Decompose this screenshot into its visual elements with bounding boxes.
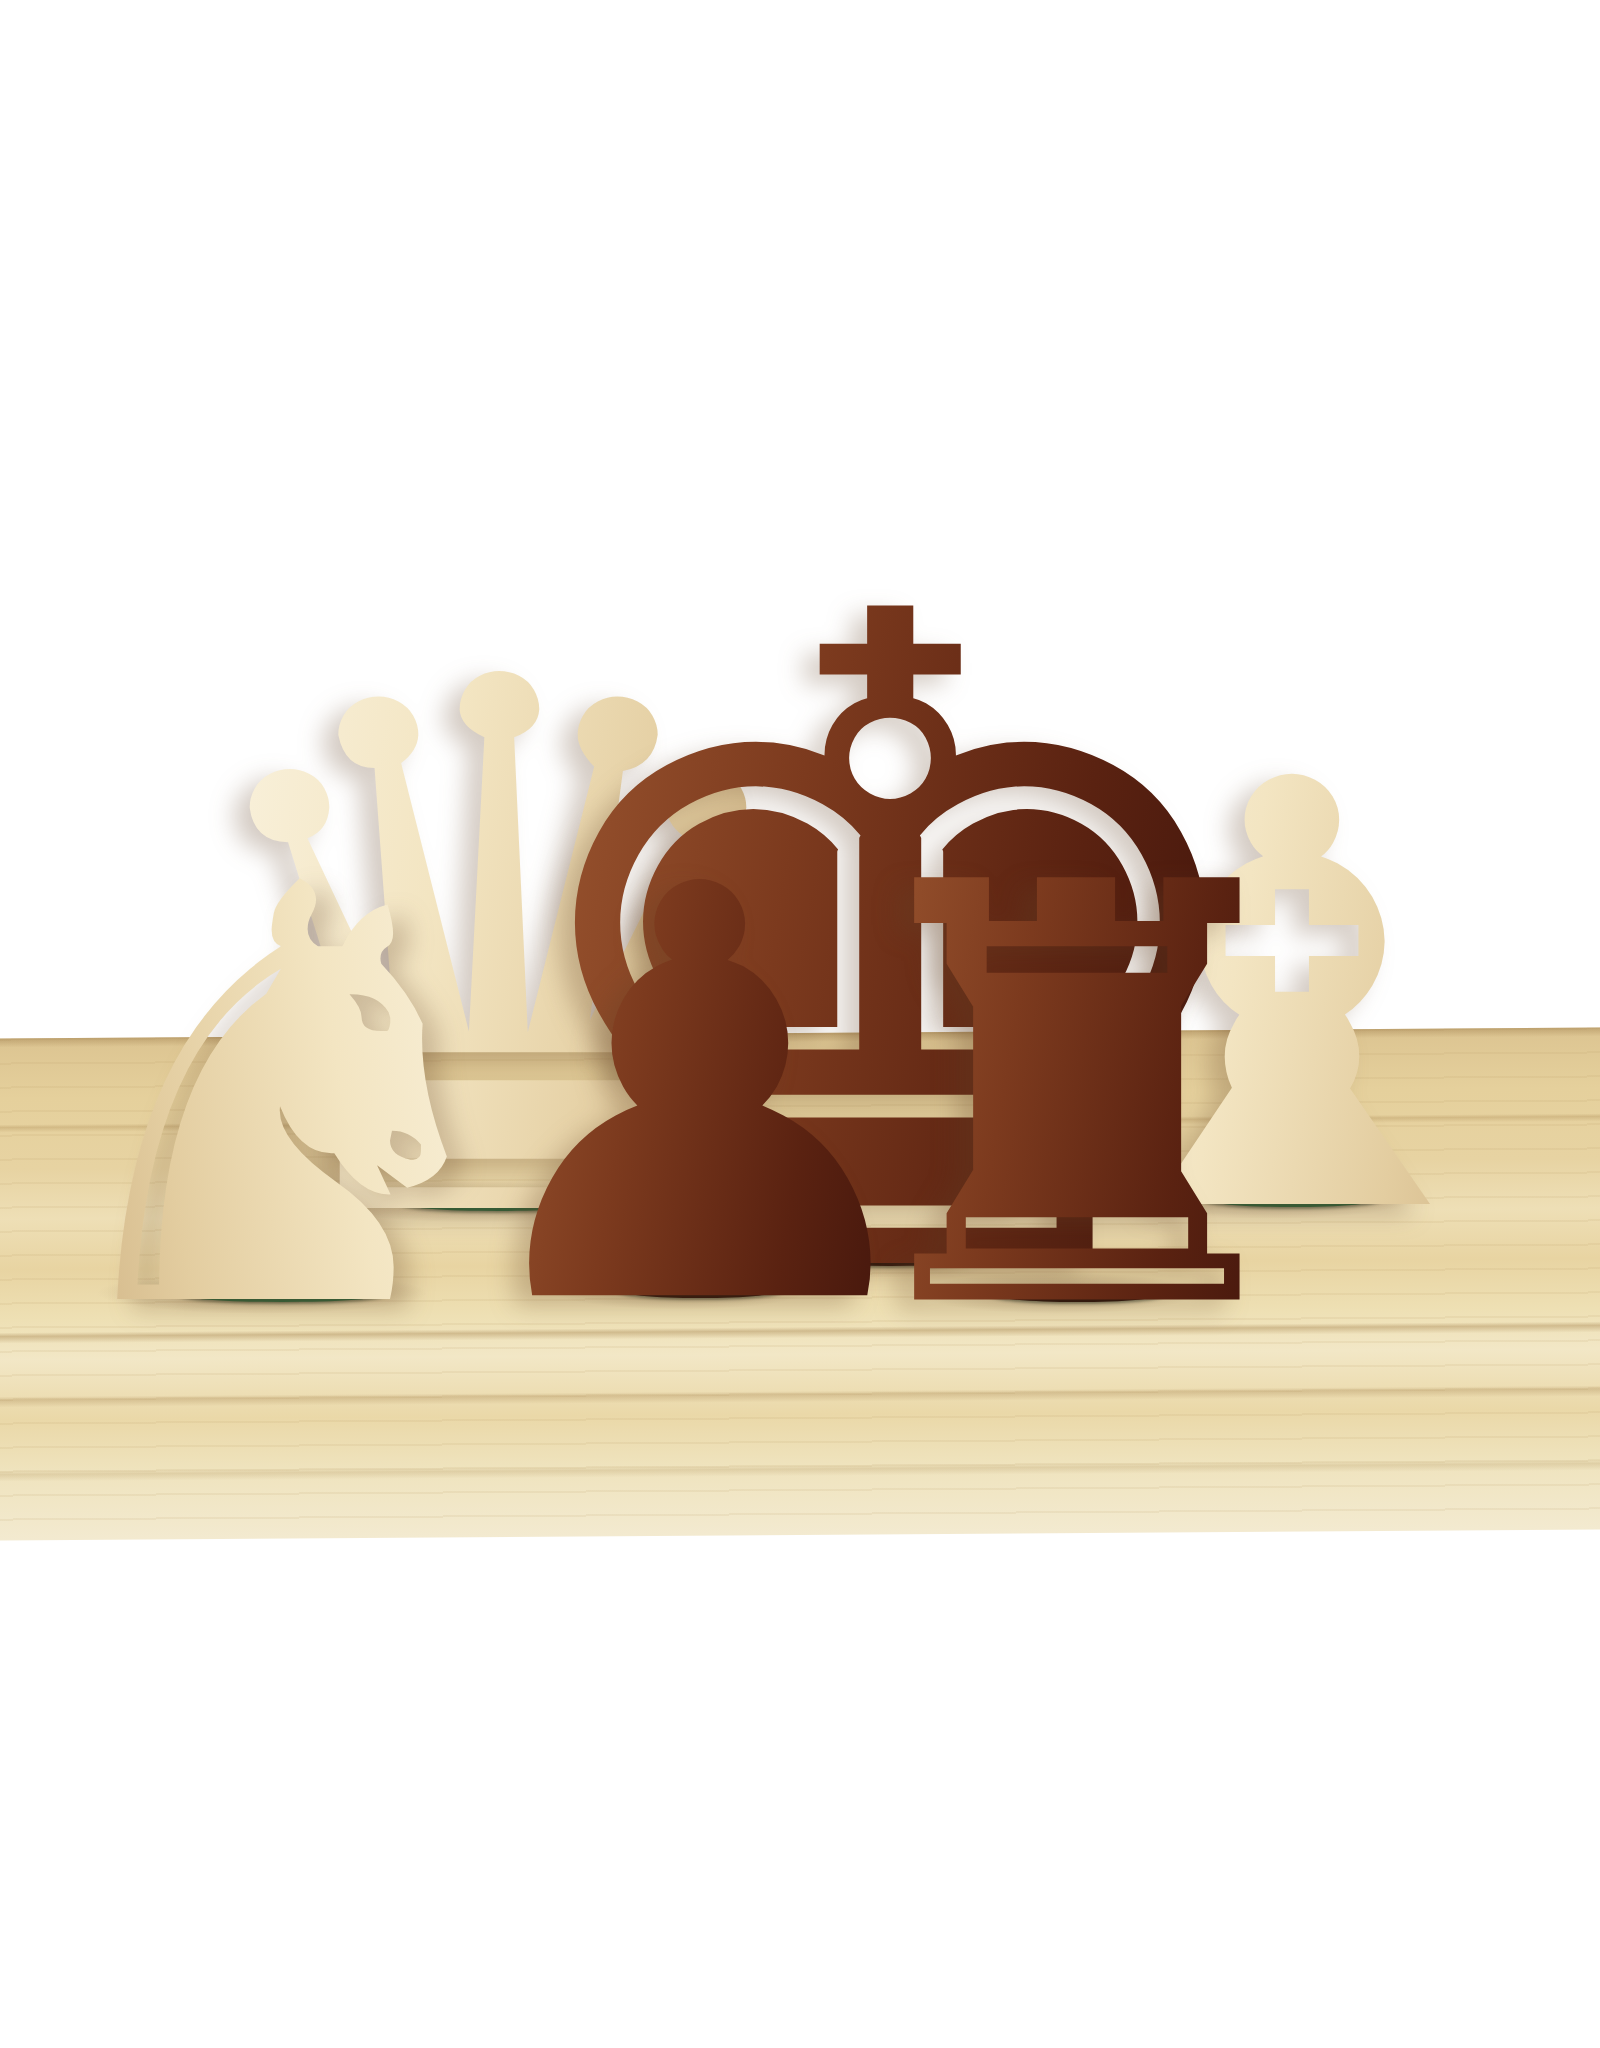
chess-pieces-group: ♞♛♟♚♜♝ (0, 0, 1600, 2048)
white-knight-glyph: ♞ (24, 812, 540, 1388)
photo-scene: ♞♛♟♚♜♝ (0, 0, 1600, 2048)
dark-rook-glyph: ♜ (818, 810, 1336, 1388)
